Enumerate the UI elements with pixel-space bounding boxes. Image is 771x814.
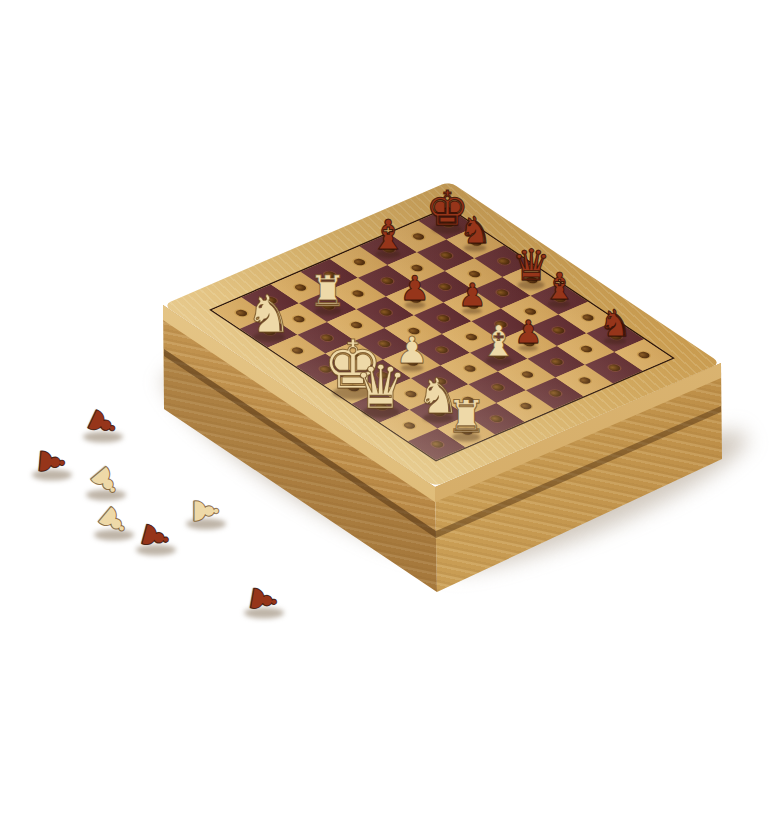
- black-knight-b8[interactable]: ♞: [599, 305, 632, 342]
- black-bishop-h6[interactable]: ♝: [370, 215, 407, 256]
- black-pawn-f5[interactable]: ♟: [400, 271, 430, 305]
- white-queen-c1[interactable]: ♛: [354, 356, 408, 416]
- white-bishop-c5[interactable]: ♝: [479, 320, 518, 363]
- black-bishop-d8[interactable]: ♝: [543, 268, 576, 305]
- white-knight-g1[interactable]: ♞: [245, 288, 292, 340]
- captured-white-pawn[interactable]: ♟: [189, 496, 223, 526]
- black-knight-g8[interactable]: ♞: [459, 211, 492, 248]
- black-pawn-c6[interactable]: ♟: [514, 316, 543, 348]
- white-rook-a2[interactable]: ♜: [446, 394, 486, 439]
- scene: ♛♚♞♜♞♟♜♝♞♝♛♞♚♟♟♝♟♟♟♟♟♟♟♟: [0, 0, 771, 814]
- black-pawn-e6[interactable]: ♟: [458, 279, 487, 311]
- captured-black-pawn[interactable]: ♟: [245, 582, 284, 618]
- captured-black-pawn[interactable]: ♟: [34, 445, 71, 478]
- white-rook-g3[interactable]: ♜: [308, 270, 347, 313]
- pieces-layer: ♛♚♞♜♞♟♜♝♞♝♛♞♚♟♟♝♟♟♟♟♟♟♟♟: [0, 0, 771, 814]
